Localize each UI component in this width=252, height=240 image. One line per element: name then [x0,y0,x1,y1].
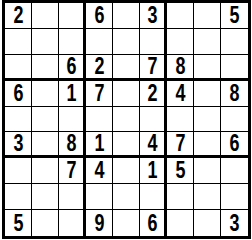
cell-r2c4[interactable] [86,29,113,55]
cell-r2c7[interactable] [167,29,194,55]
cell-r9c4[interactable]: 9 [86,210,113,236]
cell-r4c9[interactable]: 8 [221,81,248,107]
cell-r5c7[interactable] [167,107,194,133]
cell-digit: 8 [66,132,76,155]
cell-digit: 6 [230,132,240,155]
cell-r8c1[interactable] [5,184,32,210]
cell-r5c5[interactable] [113,107,140,133]
cell-r6c3[interactable]: 8 [59,132,86,158]
cell-digit: 8 [230,82,240,105]
cell-r9c5[interactable] [113,210,140,236]
cell-digit: 5 [175,159,185,182]
cell-digit: 6 [147,212,157,235]
cell-digit: 9 [94,212,104,235]
cell-r9c2[interactable] [32,210,59,236]
cell-r4c8[interactable] [194,81,221,107]
cell-r8c8[interactable] [194,184,221,210]
cell-r2c1[interactable] [5,29,32,55]
cell-r9c9[interactable]: 3 [221,210,248,236]
cell-digit: 6 [94,4,104,27]
cell-r7c1[interactable] [5,158,32,184]
cell-digit: 1 [147,159,157,182]
cell-r3c3[interactable]: 6 [59,55,86,81]
cell-r3c7[interactable]: 8 [167,55,194,81]
cell-r2c8[interactable] [194,29,221,55]
cell-digit: 7 [175,132,185,155]
cell-r9c3[interactable] [59,210,86,236]
cell-r7c6[interactable]: 1 [140,158,167,184]
cell-r9c1[interactable]: 5 [5,210,32,236]
cell-r1c1[interactable]: 2 [5,3,32,29]
cell-r1c3[interactable] [59,3,86,29]
cell-r4c5[interactable] [113,81,140,107]
cell-r1c8[interactable] [194,3,221,29]
cell-r2c6[interactable] [140,29,167,55]
cell-r6c9[interactable]: 6 [221,132,248,158]
cell-digit: 1 [94,132,104,155]
cell-r2c2[interactable] [32,29,59,55]
cell-r5c8[interactable] [194,107,221,133]
cell-digit: 1 [66,82,76,105]
cell-r4c1[interactable]: 6 [5,81,32,107]
cell-digit: 7 [94,82,104,105]
cell-r4c2[interactable] [32,81,59,107]
cell-r1c2[interactable] [32,3,59,29]
cell-r6c7[interactable]: 7 [167,132,194,158]
cell-digit: 3 [230,212,240,235]
cell-r6c1[interactable]: 3 [5,132,32,158]
cell-r6c5[interactable] [113,132,140,158]
cell-r7c9[interactable] [221,158,248,184]
cell-r7c5[interactable] [113,158,140,184]
cell-r8c9[interactable] [221,184,248,210]
cell-digit: 2 [94,55,104,78]
cell-digit: 6 [13,82,23,105]
cell-r6c4[interactable]: 1 [86,132,113,158]
sudoku-board: 2635627861724838147674155963 [2,0,251,239]
cell-r2c5[interactable] [113,29,140,55]
cell-r2c3[interactable] [59,29,86,55]
cell-r8c2[interactable] [32,184,59,210]
cell-r1c5[interactable] [113,3,140,29]
cell-r8c7[interactable] [167,184,194,210]
cell-r1c4[interactable]: 6 [86,3,113,29]
cell-r5c2[interactable] [32,107,59,133]
cell-r3c4[interactable]: 2 [86,55,113,81]
cell-digit: 5 [230,4,240,27]
cell-r3c6[interactable]: 7 [140,55,167,81]
cell-digit: 4 [147,132,157,155]
cell-r4c6[interactable]: 2 [140,81,167,107]
cell-r3c5[interactable] [113,55,140,81]
cell-r4c3[interactable]: 1 [59,81,86,107]
cell-r7c7[interactable]: 5 [167,158,194,184]
cell-r3c2[interactable] [32,55,59,81]
cell-r6c8[interactable] [194,132,221,158]
cell-digit: 4 [175,82,185,105]
cell-r1c9[interactable]: 5 [221,3,248,29]
cell-r6c2[interactable] [32,132,59,158]
cell-digit: 5 [13,212,23,235]
cell-r7c8[interactable] [194,158,221,184]
cell-digit: 7 [66,159,76,182]
cell-r2c9[interactable] [221,29,248,55]
cell-r5c4[interactable] [86,107,113,133]
cell-r1c6[interactable]: 3 [140,3,167,29]
cell-r5c6[interactable] [140,107,167,133]
cell-r9c8[interactable] [194,210,221,236]
cell-digit: 7 [147,55,157,78]
sudoku-board-wrapper: 2635627861724838147674155963 [0,0,252,240]
cell-digit: 3 [147,4,157,27]
cell-r8c3[interactable] [59,184,86,210]
cell-r3c1[interactable] [5,55,32,81]
cell-digit: 3 [13,132,23,155]
cell-r7c2[interactable] [32,158,59,184]
cell-r4c4[interactable]: 7 [86,81,113,107]
cell-r4c7[interactable]: 4 [167,81,194,107]
cell-r5c3[interactable] [59,107,86,133]
cell-r1c7[interactable] [167,3,194,29]
cell-r6c6[interactable]: 4 [140,132,167,158]
cell-r8c6[interactable] [140,184,167,210]
cell-r7c3[interactable]: 7 [59,158,86,184]
cell-digit: 8 [175,55,185,78]
cell-r8c5[interactable] [113,184,140,210]
cell-r9c6[interactable]: 6 [140,210,167,236]
cell-digit: 4 [94,159,104,182]
cell-r8c4[interactable] [86,184,113,210]
cell-r3c9[interactable] [221,55,248,81]
cell-digit: 2 [13,4,23,27]
cell-digit: 2 [147,82,157,105]
cell-r3c8[interactable] [194,55,221,81]
cell-r5c1[interactable] [5,107,32,133]
cell-r5c9[interactable] [221,107,248,133]
cell-digit: 6 [66,55,76,78]
cell-r9c7[interactable] [167,210,194,236]
cell-r7c4[interactable]: 4 [86,158,113,184]
